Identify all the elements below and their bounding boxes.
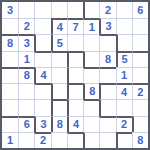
cell-r4c6[interactable] xyxy=(83,51,99,67)
cell-r6c5[interactable] xyxy=(67,83,83,99)
cell-r5c6[interactable] xyxy=(83,67,99,83)
given-digit-r8c4[interactable]: 8 xyxy=(51,116,67,132)
cell-r1c6[interactable] xyxy=(83,2,99,18)
given-digit-r4c8[interactable]: 5 xyxy=(116,51,132,67)
given-digit-r6c9[interactable]: 2 xyxy=(132,83,148,99)
cell-r7c8[interactable] xyxy=(116,99,132,115)
given-digit-r2c6[interactable]: 1 xyxy=(83,18,99,34)
cell-r4c4[interactable] xyxy=(51,51,67,67)
cell-r6c1[interactable] xyxy=(2,83,18,99)
cell-r1c5[interactable] xyxy=(67,2,83,18)
cell-r5c9[interactable] xyxy=(132,67,148,83)
given-digit-r4c7[interactable]: 8 xyxy=(99,51,115,67)
cell-r7c4[interactable] xyxy=(51,99,67,115)
cell-r9c6[interactable] xyxy=(83,132,99,148)
cell-r4c9[interactable] xyxy=(132,51,148,67)
given-digit-r3c1[interactable]: 8 xyxy=(2,34,18,50)
cell-r3c6[interactable] xyxy=(83,34,99,50)
given-digit-r8c3[interactable]: 3 xyxy=(34,116,50,132)
cell-r6c3[interactable] xyxy=(34,83,50,99)
cell-r4c5[interactable] xyxy=(67,51,83,67)
given-digit-r4c2[interactable]: 1 xyxy=(18,51,34,67)
cell-r3c7[interactable] xyxy=(99,34,115,50)
cell-r2c1[interactable] xyxy=(2,18,18,34)
given-digit-r5c3[interactable]: 4 xyxy=(34,67,50,83)
cell-r5c5[interactable] xyxy=(67,67,83,83)
cell-r9c2[interactable] xyxy=(18,132,34,148)
cell-r7c5[interactable] xyxy=(67,99,83,115)
given-digit-r6c6[interactable]: 8 xyxy=(83,83,99,99)
given-digit-r9c9[interactable]: 8 xyxy=(132,132,148,148)
given-digit-r5c8[interactable]: 1 xyxy=(116,67,132,83)
given-digit-r8c2[interactable]: 6 xyxy=(18,116,34,132)
given-digit-r2c4[interactable]: 4 xyxy=(51,18,67,34)
given-digit-r2c5[interactable]: 7 xyxy=(67,18,83,34)
given-digit-r1c1[interactable]: 3 xyxy=(2,2,18,18)
cell-r3c8[interactable] xyxy=(116,34,132,50)
given-digit-r9c3[interactable]: 2 xyxy=(34,132,50,148)
cell-r6c2[interactable] xyxy=(18,83,34,99)
cell-r9c4[interactable] xyxy=(51,132,67,148)
cell-r3c9[interactable] xyxy=(132,34,148,50)
cell-r2c9[interactable] xyxy=(132,18,148,34)
cell-r7c9[interactable] xyxy=(132,99,148,115)
given-digit-r3c2[interactable]: 3 xyxy=(18,34,34,50)
cell-r2c8[interactable] xyxy=(116,18,132,34)
cell-r8c1[interactable] xyxy=(2,116,18,132)
cell-r8c9[interactable] xyxy=(132,116,148,132)
cell-r1c8[interactable] xyxy=(116,2,132,18)
cell-r5c4[interactable] xyxy=(51,67,67,83)
cell-r1c4[interactable] xyxy=(51,2,67,18)
cell-r1c3[interactable] xyxy=(34,2,50,18)
given-digit-r9c1[interactable]: 1 xyxy=(2,132,18,148)
cell-r7c6[interactable] xyxy=(83,99,99,115)
cell-r7c7[interactable] xyxy=(99,99,115,115)
cell-r7c3[interactable] xyxy=(34,99,50,115)
cell-r9c7[interactable] xyxy=(99,132,115,148)
cell-r4c3[interactable] xyxy=(34,51,50,67)
cell-r6c4[interactable] xyxy=(51,83,67,99)
given-digit-r2c7[interactable]: 3 xyxy=(99,18,115,34)
given-digit-r1c9[interactable]: 6 xyxy=(132,2,148,18)
given-digit-r6c8[interactable]: 4 xyxy=(116,83,132,99)
cell-r7c2[interactable] xyxy=(18,99,34,115)
cell-r4c1[interactable] xyxy=(2,51,18,67)
given-digit-r2c2[interactable]: 2 xyxy=(18,18,34,34)
jigsaw-sudoku-board: 3262471383518584184263842128 xyxy=(0,0,150,150)
cell-r2c3[interactable] xyxy=(34,18,50,34)
cell-r5c1[interactable] xyxy=(2,67,18,83)
cell-r3c3[interactable] xyxy=(34,34,50,50)
cell-r5c7[interactable] xyxy=(99,67,115,83)
given-digit-r3c4[interactable]: 5 xyxy=(51,34,67,50)
given-digit-r8c5[interactable]: 4 xyxy=(67,116,83,132)
cell-r1c2[interactable] xyxy=(18,2,34,18)
puzzle-stage: 3262471383518584184263842128 xyxy=(0,0,150,150)
cell-r9c8[interactable] xyxy=(116,132,132,148)
cell-r7c1[interactable] xyxy=(2,99,18,115)
given-digit-r8c8[interactable]: 2 xyxy=(116,116,132,132)
given-digit-r5c2[interactable]: 8 xyxy=(18,67,34,83)
cell-r9c5[interactable] xyxy=(67,132,83,148)
cell-r8c6[interactable] xyxy=(83,116,99,132)
given-digit-r1c7[interactable]: 2 xyxy=(99,2,115,18)
cell-r6c7[interactable] xyxy=(99,83,115,99)
cell-r8c7[interactable] xyxy=(99,116,115,132)
cell-r3c5[interactable] xyxy=(67,34,83,50)
